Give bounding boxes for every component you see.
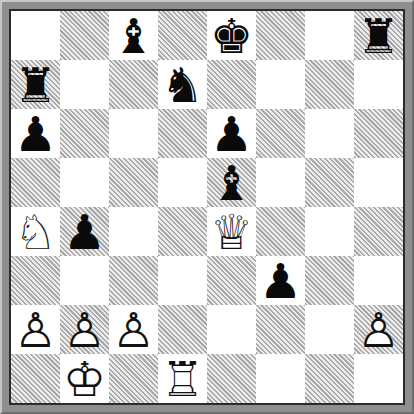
square-g1[interactable] <box>305 354 354 403</box>
piece-outline-layer: ♙ <box>354 305 403 354</box>
white-pawn-icon: ♟♙ <box>60 305 109 354</box>
black-rook-icon: ♜ <box>354 11 403 60</box>
square-d2[interactable] <box>158 305 207 354</box>
square-g4[interactable] <box>305 207 354 256</box>
black-pawn-icon: ♟ <box>256 256 305 305</box>
piece-glyph: ♟ <box>256 256 305 305</box>
square-d3[interactable] <box>158 256 207 305</box>
square-a5[interactable] <box>11 158 60 207</box>
square-c4[interactable] <box>109 207 158 256</box>
black-pawn-icon: ♟ <box>11 109 60 158</box>
black-rook-icon: ♜ <box>11 60 60 109</box>
square-e4[interactable]: ♛♕ <box>207 207 256 256</box>
piece-outline-layer: ♙ <box>11 305 60 354</box>
square-h7[interactable] <box>354 60 403 109</box>
black-pawn-icon: ♟ <box>60 207 109 256</box>
square-h8[interactable]: ♜ <box>354 11 403 60</box>
square-h6[interactable] <box>354 109 403 158</box>
piece-outline-layer: ♔ <box>60 354 109 403</box>
black-knight-icon: ♞ <box>158 60 207 109</box>
square-e3[interactable] <box>207 256 256 305</box>
piece-outline-layer: ♖ <box>158 354 207 403</box>
square-b4[interactable]: ♟ <box>60 207 109 256</box>
square-c8[interactable]: ♝ <box>109 11 158 60</box>
square-e6[interactable]: ♟ <box>207 109 256 158</box>
square-f2[interactable] <box>256 305 305 354</box>
white-pawn-icon: ♟♙ <box>11 305 60 354</box>
piece-outline-layer: ♙ <box>109 305 158 354</box>
square-c5[interactable] <box>109 158 158 207</box>
white-knight-icon: ♞♘ <box>11 207 60 256</box>
square-e5[interactable]: ♝ <box>207 158 256 207</box>
square-f6[interactable] <box>256 109 305 158</box>
white-pawn-icon: ♟♙ <box>354 305 403 354</box>
square-c2[interactable]: ♟♙ <box>109 305 158 354</box>
square-a4[interactable]: ♞♘ <box>11 207 60 256</box>
square-d8[interactable] <box>158 11 207 60</box>
piece-glyph: ♟ <box>60 207 109 256</box>
square-b2[interactable]: ♟♙ <box>60 305 109 354</box>
square-f1[interactable] <box>256 354 305 403</box>
square-d4[interactable] <box>158 207 207 256</box>
square-g8[interactable] <box>305 11 354 60</box>
square-h5[interactable] <box>354 158 403 207</box>
square-b7[interactable] <box>60 60 109 109</box>
square-g2[interactable] <box>305 305 354 354</box>
square-g6[interactable] <box>305 109 354 158</box>
piece-glyph: ♚ <box>207 11 256 60</box>
square-d5[interactable] <box>158 158 207 207</box>
black-pawn-icon: ♟ <box>207 109 256 158</box>
black-bishop-icon: ♝ <box>207 158 256 207</box>
black-king-icon: ♚ <box>207 11 256 60</box>
square-g7[interactable] <box>305 60 354 109</box>
square-b8[interactable] <box>60 11 109 60</box>
piece-glyph: ♝ <box>109 11 158 60</box>
black-bishop-icon: ♝ <box>109 11 158 60</box>
piece-glyph: ♞ <box>158 60 207 109</box>
square-a8[interactable] <box>11 11 60 60</box>
square-a6[interactable]: ♟ <box>11 109 60 158</box>
square-d7[interactable]: ♞ <box>158 60 207 109</box>
square-a2[interactable]: ♟♙ <box>11 305 60 354</box>
square-e2[interactable] <box>207 305 256 354</box>
square-g5[interactable] <box>305 158 354 207</box>
square-a7[interactable]: ♜ <box>11 60 60 109</box>
piece-outline-layer: ♙ <box>60 305 109 354</box>
square-h1[interactable] <box>354 354 403 403</box>
square-g3[interactable] <box>305 256 354 305</box>
square-e7[interactable] <box>207 60 256 109</box>
piece-glyph: ♝ <box>207 158 256 207</box>
white-queen-icon: ♛♕ <box>207 207 256 256</box>
square-a3[interactable] <box>11 256 60 305</box>
white-rook-icon: ♜♖ <box>158 354 207 403</box>
square-h3[interactable] <box>354 256 403 305</box>
piece-glyph: ♜ <box>11 60 60 109</box>
piece-outline-layer: ♘ <box>11 207 60 256</box>
square-d1[interactable]: ♜♖ <box>158 354 207 403</box>
square-c1[interactable] <box>109 354 158 403</box>
square-h4[interactable] <box>354 207 403 256</box>
square-b6[interactable] <box>60 109 109 158</box>
white-pawn-icon: ♟♙ <box>109 305 158 354</box>
piece-glyph: ♟ <box>11 109 60 158</box>
square-b5[interactable] <box>60 158 109 207</box>
square-h2[interactable]: ♟♙ <box>354 305 403 354</box>
square-f3[interactable]: ♟ <box>256 256 305 305</box>
piece-glyph: ♜ <box>354 11 403 60</box>
square-f4[interactable] <box>256 207 305 256</box>
chess-board: ♝♚♜♜♞♟♟♝♞♘♟♛♕♟♟♙♟♙♟♙♟♙♚♔♜♖ <box>9 9 405 405</box>
square-b1[interactable]: ♚♔ <box>60 354 109 403</box>
square-f7[interactable] <box>256 60 305 109</box>
square-f8[interactable] <box>256 11 305 60</box>
white-king-icon: ♚♔ <box>60 354 109 403</box>
piece-glyph: ♟ <box>207 109 256 158</box>
square-c7[interactable] <box>109 60 158 109</box>
square-c6[interactable] <box>109 109 158 158</box>
piece-outline-layer: ♕ <box>207 207 256 256</box>
square-c3[interactable] <box>109 256 158 305</box>
square-e8[interactable]: ♚ <box>207 11 256 60</box>
square-d6[interactable] <box>158 109 207 158</box>
board-frame: ♝♚♜♜♞♟♟♝♞♘♟♛♕♟♟♙♟♙♟♙♟♙♚♔♜♖ <box>0 0 414 414</box>
square-a1[interactable] <box>11 354 60 403</box>
square-e1[interactable] <box>207 354 256 403</box>
square-b3[interactable] <box>60 256 109 305</box>
square-f5[interactable] <box>256 158 305 207</box>
